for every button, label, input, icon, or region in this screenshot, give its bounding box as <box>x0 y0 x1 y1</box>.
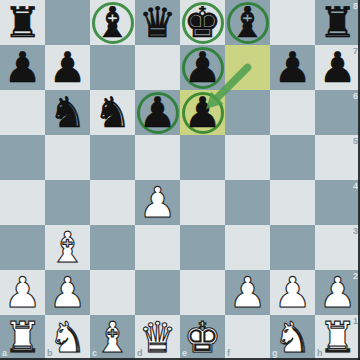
square-h2[interactable]: ♟2 <box>315 270 360 315</box>
square-f3[interactable] <box>225 225 270 270</box>
square-g1[interactable]: ♞g <box>270 315 315 360</box>
square-a3[interactable] <box>0 225 45 270</box>
piece-black-bishop-c8[interactable]: ♝ <box>90 0 135 45</box>
piece-white-pawn-h2[interactable]: ♟ <box>315 270 360 315</box>
piece-black-pawn-b7[interactable]: ♟ <box>45 45 90 90</box>
square-d8[interactable]: ♛ <box>135 0 180 45</box>
piece-white-pawn-d4[interactable]: ♟ <box>135 180 180 225</box>
square-e3[interactable] <box>180 225 225 270</box>
piece-black-pawn-e6[interactable]: ♟ <box>180 90 225 135</box>
square-d6[interactable]: ♟ <box>135 90 180 135</box>
square-c6[interactable]: ♞ <box>90 90 135 135</box>
piece-white-pawn-f2[interactable]: ♟ <box>225 270 270 315</box>
piece-white-bishop-b3[interactable]: ♝ <box>45 225 90 270</box>
square-c4[interactable] <box>90 180 135 225</box>
square-b6[interactable]: ♞ <box>45 90 90 135</box>
piece-white-knight-g1[interactable]: ♞ <box>270 315 315 360</box>
square-a4[interactable] <box>0 180 45 225</box>
square-a8[interactable]: ♜ <box>0 0 45 45</box>
piece-white-pawn-a2[interactable]: ♟ <box>0 270 45 315</box>
square-g2[interactable]: ♟ <box>270 270 315 315</box>
square-b5[interactable] <box>45 135 90 180</box>
square-a6[interactable] <box>0 90 45 135</box>
square-e8[interactable]: ♚ <box>180 0 225 45</box>
square-e5[interactable] <box>180 135 225 180</box>
square-c8[interactable]: ♝ <box>90 0 135 45</box>
square-b8[interactable] <box>45 0 90 45</box>
piece-black-bishop-f8[interactable]: ♝ <box>225 0 270 45</box>
square-f1[interactable]: f <box>225 315 270 360</box>
piece-black-pawn-e7[interactable]: ♟ <box>180 45 225 90</box>
piece-black-knight-c6[interactable]: ♞ <box>90 90 135 135</box>
square-f4[interactable] <box>225 180 270 225</box>
piece-white-rook-a1[interactable]: ♜ <box>0 315 45 360</box>
square-g6[interactable] <box>270 90 315 135</box>
piece-white-bishop-c1[interactable]: ♝ <box>90 315 135 360</box>
square-h4[interactable]: 4 <box>315 180 360 225</box>
square-c7[interactable] <box>90 45 135 90</box>
square-e2[interactable] <box>180 270 225 315</box>
square-f5[interactable] <box>225 135 270 180</box>
square-c2[interactable] <box>90 270 135 315</box>
square-a5[interactable] <box>0 135 45 180</box>
chess-board: ♜♝♛♚♝♜8♟♟♟♟♟7♞♞♟♟65♟4♝3♟♟♟♟♟2♜a♞b♝c♛d♚ef… <box>0 0 360 360</box>
square-a1[interactable]: ♜a <box>0 315 45 360</box>
piece-black-knight-b6[interactable]: ♞ <box>45 90 90 135</box>
square-h3[interactable]: 3 <box>315 225 360 270</box>
chess-board-widget: ♜♝♛♚♝♜8♟♟♟♟♟7♞♞♟♟65♟4♝3♟♟♟♟♟2♜a♞b♝c♛d♚ef… <box>0 0 360 360</box>
piece-white-pawn-b2[interactable]: ♟ <box>45 270 90 315</box>
square-f2[interactable]: ♟ <box>225 270 270 315</box>
piece-black-pawn-d6[interactable]: ♟ <box>135 90 180 135</box>
piece-black-king-e8[interactable]: ♚ <box>180 0 225 45</box>
square-h7[interactable]: ♟7 <box>315 45 360 90</box>
square-g7[interactable]: ♟ <box>270 45 315 90</box>
piece-white-queen-d1[interactable]: ♛ <box>135 315 180 360</box>
square-f7[interactable] <box>225 45 270 90</box>
square-d5[interactable] <box>135 135 180 180</box>
square-d2[interactable] <box>135 270 180 315</box>
square-d1[interactable]: ♛d <box>135 315 180 360</box>
square-d3[interactable] <box>135 225 180 270</box>
piece-white-king-e1[interactable]: ♚ <box>180 315 225 360</box>
square-h5[interactable]: 5 <box>315 135 360 180</box>
square-e7[interactable]: ♟ <box>180 45 225 90</box>
piece-black-rook-h8[interactable]: ♜ <box>315 0 360 45</box>
square-c3[interactable] <box>90 225 135 270</box>
piece-black-pawn-h7[interactable]: ♟ <box>315 45 360 90</box>
square-a7[interactable]: ♟ <box>0 45 45 90</box>
piece-white-knight-b1[interactable]: ♞ <box>45 315 90 360</box>
square-e6[interactable]: ♟ <box>180 90 225 135</box>
piece-black-pawn-g7[interactable]: ♟ <box>270 45 315 90</box>
square-h1[interactable]: ♜1h <box>315 315 360 360</box>
square-b4[interactable] <box>45 180 90 225</box>
piece-white-rook-h1[interactable]: ♜ <box>315 315 360 360</box>
piece-black-rook-a8[interactable]: ♜ <box>0 0 45 45</box>
piece-black-queen-d8[interactable]: ♛ <box>135 0 180 45</box>
square-b1[interactable]: ♞b <box>45 315 90 360</box>
piece-black-pawn-a7[interactable]: ♟ <box>0 45 45 90</box>
square-d7[interactable] <box>135 45 180 90</box>
square-h6[interactable]: 6 <box>315 90 360 135</box>
square-f8[interactable]: ♝ <box>225 0 270 45</box>
square-h8[interactable]: ♜8 <box>315 0 360 45</box>
square-f6[interactable] <box>225 90 270 135</box>
square-g5[interactable] <box>270 135 315 180</box>
square-g3[interactable] <box>270 225 315 270</box>
square-d4[interactable]: ♟ <box>135 180 180 225</box>
square-e4[interactable] <box>180 180 225 225</box>
file-label-f: f <box>227 349 230 358</box>
piece-white-pawn-g2[interactable]: ♟ <box>270 270 315 315</box>
square-g8[interactable] <box>270 0 315 45</box>
square-b2[interactable]: ♟ <box>45 270 90 315</box>
square-c5[interactable] <box>90 135 135 180</box>
square-b3[interactable]: ♝ <box>45 225 90 270</box>
square-e1[interactable]: ♚e <box>180 315 225 360</box>
square-b7[interactable]: ♟ <box>45 45 90 90</box>
square-c1[interactable]: ♝c <box>90 315 135 360</box>
square-a2[interactable]: ♟ <box>0 270 45 315</box>
square-g4[interactable] <box>270 180 315 225</box>
